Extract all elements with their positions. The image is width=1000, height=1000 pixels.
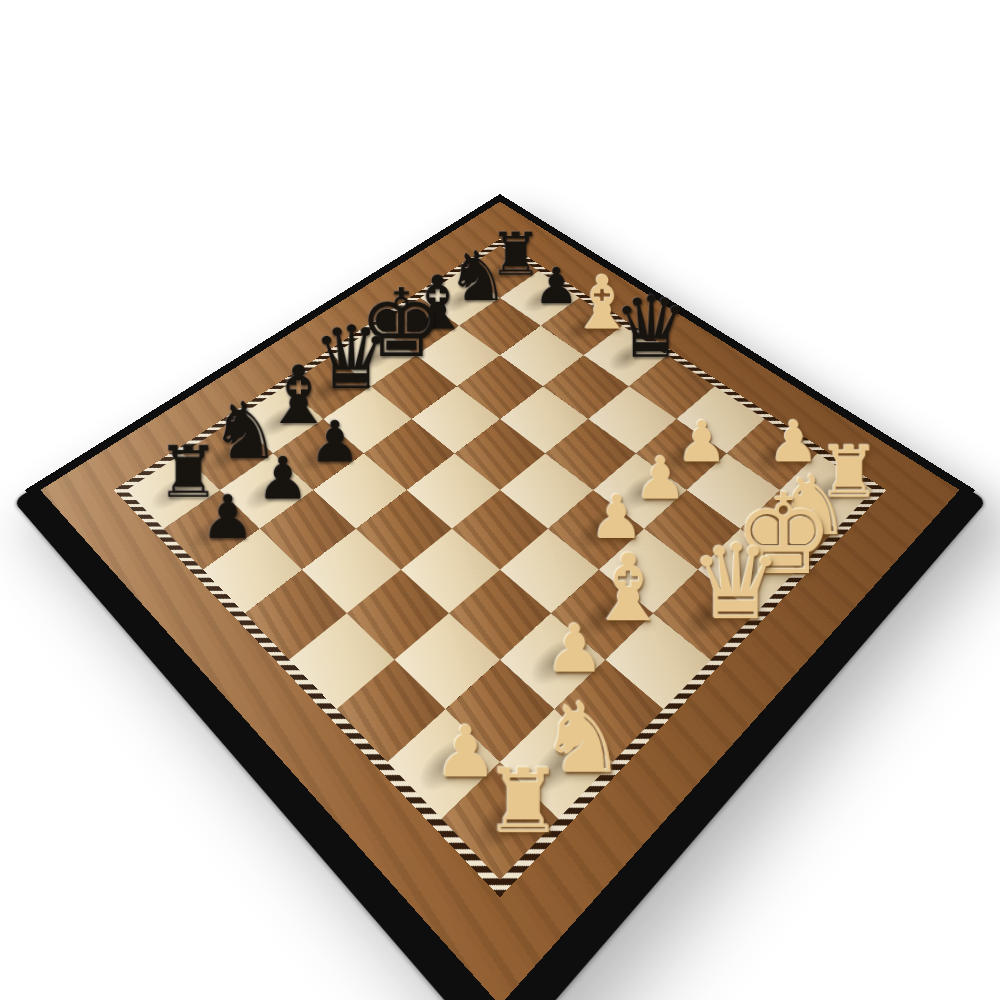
piece-black-pawn-a7[interactable]: ♟ [194, 487, 263, 547]
product-photo-canvas: ♜♞♝♛♚♝♞♜♟♟♟♟♝♛♟♟♟♟♟♝♟♜♞♛♚♞♜ [0, 0, 1000, 1000]
piece-white-pawn-c2[interactable]: ♟ [537, 616, 613, 682]
board-frame: ♜♞♝♛♚♝♞♜♟♟♟♟♝♛♟♟♟♟♟♝♟♜♞♛♚♞♜ [40, 202, 959, 1000]
board-grid: ♜♞♝♛♚♝♞♜♟♟♟♟♝♛♟♟♟♟♟♝♟♜♞♛♚♞♜ [127, 246, 874, 880]
piece-white-queen-e1[interactable]: ♛ [690, 531, 763, 635]
chessboard: ♜♞♝♛♚♝♞♜♟♟♟♟♝♛♟♟♟♟♟♝♟♜♞♛♚♞♜ [40, 202, 959, 1000]
scene: ♜♞♝♛♚♝♞♜♟♟♟♟♝♛♟♟♟♟♟♝♟♜♞♛♚♞♜ [0, 0, 1000, 1000]
inlay-border: ♜♞♝♛♚♝♞♜♟♟♟♟♝♛♟♟♟♟♟♝♟♜♞♛♚♞♜ [114, 239, 886, 897]
piece-white-rook-a1[interactable]: ♜ [482, 757, 566, 846]
piece-black-queen-h5[interactable]: ♛ [613, 285, 673, 370]
